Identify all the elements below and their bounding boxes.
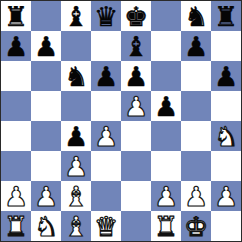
square-g6[interactable] — [181, 61, 211, 91]
square-a5[interactable] — [1, 91, 31, 121]
square-g7[interactable]: ♟ — [181, 31, 211, 61]
square-a4[interactable] — [1, 121, 31, 151]
white-rook[interactable]: ♜ — [154, 213, 178, 240]
square-f8[interactable] — [151, 1, 181, 31]
black-pawn[interactable]: ♟ — [154, 93, 178, 120]
black-rook[interactable]: ♜ — [214, 3, 238, 30]
square-d4[interactable]: ♟ — [91, 121, 121, 151]
square-d7[interactable] — [91, 31, 121, 61]
square-c2[interactable]: ♝ — [61, 181, 91, 211]
square-f6[interactable] — [151, 61, 181, 91]
black-queen[interactable]: ♛ — [94, 3, 118, 30]
white-pawn[interactable]: ♟ — [64, 153, 88, 180]
square-f3[interactable] — [151, 151, 181, 181]
square-f7[interactable] — [151, 31, 181, 61]
square-h3[interactable] — [211, 151, 241, 181]
square-g2[interactable]: ♟ — [181, 181, 211, 211]
square-c3[interactable]: ♟ — [61, 151, 91, 181]
black-king[interactable]: ♚ — [124, 3, 148, 30]
white-pawn[interactable]: ♟ — [184, 183, 208, 210]
square-d2[interactable] — [91, 181, 121, 211]
square-b2[interactable]: ♟ — [31, 181, 61, 211]
square-h7[interactable] — [211, 31, 241, 61]
square-f1[interactable]: ♜ — [151, 211, 181, 241]
square-c8[interactable]: ♝ — [61, 1, 91, 31]
white-knight[interactable]: ♞ — [34, 213, 58, 240]
square-e7[interactable]: ♝ — [121, 31, 151, 61]
square-h1[interactable] — [211, 211, 241, 241]
white-pawn[interactable]: ♟ — [154, 183, 178, 210]
square-h6[interactable]: ♟ — [211, 61, 241, 91]
square-b4[interactable] — [31, 121, 61, 151]
square-h4[interactable]: ♞ — [211, 121, 241, 151]
square-b3[interactable] — [31, 151, 61, 181]
square-e4[interactable] — [121, 121, 151, 151]
square-f4[interactable] — [151, 121, 181, 151]
square-h8[interactable]: ♜ — [211, 1, 241, 31]
white-queen[interactable]: ♛ — [94, 213, 118, 240]
square-e6[interactable]: ♟ — [121, 61, 151, 91]
white-pawn[interactable]: ♟ — [4, 183, 28, 210]
white-pawn[interactable]: ♟ — [124, 93, 148, 120]
square-d3[interactable] — [91, 151, 121, 181]
square-c4[interactable]: ♟ — [61, 121, 91, 151]
black-knight[interactable]: ♞ — [184, 3, 208, 30]
square-f5[interactable]: ♟ — [151, 91, 181, 121]
square-b1[interactable]: ♞ — [31, 211, 61, 241]
square-g3[interactable] — [181, 151, 211, 181]
square-b7[interactable]: ♟ — [31, 31, 61, 61]
square-a7[interactable]: ♟ — [1, 31, 31, 61]
black-pawn[interactable]: ♟ — [214, 63, 238, 90]
square-e3[interactable] — [121, 151, 151, 181]
square-c1[interactable]: ♝ — [61, 211, 91, 241]
white-pawn[interactable]: ♟ — [34, 183, 58, 210]
square-b6[interactable] — [31, 61, 61, 91]
black-pawn[interactable]: ♟ — [124, 63, 148, 90]
square-d5[interactable] — [91, 91, 121, 121]
black-knight[interactable]: ♞ — [64, 63, 88, 90]
white-knight[interactable]: ♞ — [214, 123, 238, 150]
square-a3[interactable] — [1, 151, 31, 181]
chess-board: ♜♝♛♚♞♜♟♟♝♟♞♟♟♟♟♟♟♟♞♟♟♟♝♟♟♟♜♞♝♛♜♚ — [0, 0, 242, 242]
square-a2[interactable]: ♟ — [1, 181, 31, 211]
black-pawn[interactable]: ♟ — [4, 33, 28, 60]
square-c6[interactable]: ♞ — [61, 61, 91, 91]
square-g5[interactable] — [181, 91, 211, 121]
square-e1[interactable] — [121, 211, 151, 241]
white-rook[interactable]: ♜ — [4, 213, 28, 240]
square-g4[interactable] — [181, 121, 211, 151]
white-bishop[interactable]: ♝ — [64, 183, 88, 210]
black-pawn[interactable]: ♟ — [184, 33, 208, 60]
square-h2[interactable]: ♟ — [211, 181, 241, 211]
square-c7[interactable] — [61, 31, 91, 61]
black-rook[interactable]: ♜ — [4, 3, 28, 30]
square-f2[interactable]: ♟ — [151, 181, 181, 211]
square-a1[interactable]: ♜ — [1, 211, 31, 241]
square-d8[interactable]: ♛ — [91, 1, 121, 31]
square-e5[interactable]: ♟ — [121, 91, 151, 121]
square-e8[interactable]: ♚ — [121, 1, 151, 31]
square-g8[interactable]: ♞ — [181, 1, 211, 31]
square-a8[interactable]: ♜ — [1, 1, 31, 31]
square-d1[interactable]: ♛ — [91, 211, 121, 241]
white-king[interactable]: ♚ — [184, 213, 208, 240]
black-pawn[interactable]: ♟ — [34, 33, 58, 60]
black-bishop[interactable]: ♝ — [64, 3, 88, 30]
square-b5[interactable] — [31, 91, 61, 121]
white-pawn[interactable]: ♟ — [94, 123, 118, 150]
square-g1[interactable]: ♚ — [181, 211, 211, 241]
square-a6[interactable] — [1, 61, 31, 91]
square-c5[interactable] — [61, 91, 91, 121]
square-d6[interactable]: ♟ — [91, 61, 121, 91]
black-pawn[interactable]: ♟ — [64, 123, 88, 150]
square-h5[interactable] — [211, 91, 241, 121]
black-pawn[interactable]: ♟ — [94, 63, 118, 90]
white-bishop[interactable]: ♝ — [64, 213, 88, 240]
black-bishop[interactable]: ♝ — [124, 33, 148, 60]
square-b8[interactable] — [31, 1, 61, 31]
white-pawn[interactable]: ♟ — [214, 183, 238, 210]
square-e2[interactable] — [121, 181, 151, 211]
